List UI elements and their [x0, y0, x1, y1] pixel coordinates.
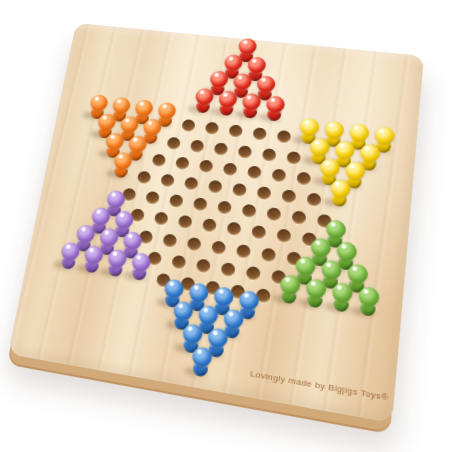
peg-ball [157, 101, 177, 119]
hole[interactable] [261, 148, 276, 162]
peg-ball [218, 90, 238, 108]
peg-ball [242, 92, 262, 110]
peg-blue[interactable] [188, 346, 214, 380]
hole[interactable] [286, 150, 301, 164]
peg-ball [134, 99, 154, 117]
peg-yellow[interactable] [328, 179, 352, 209]
photo-scene: Lovingly made by Bigjigs Toys® [0, 0, 452, 452]
peg-ball [195, 87, 215, 105]
hole[interactable] [213, 142, 228, 156]
peg-ball [89, 94, 109, 112]
peg-green[interactable] [356, 286, 381, 319]
hole[interactable] [237, 145, 252, 159]
chinese-checkers-board: Lovingly made by Bigjigs Toys® [8, 23, 424, 423]
peg-ball [265, 95, 285, 113]
peg-red[interactable] [263, 95, 287, 123]
peg-ball [112, 96, 132, 114]
